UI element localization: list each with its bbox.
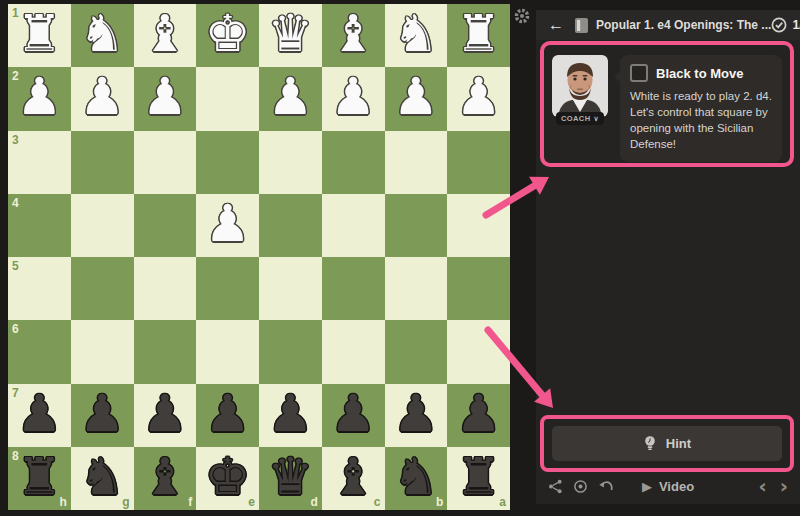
footer-nav: ‹ › xyxy=(694,476,788,496)
black-pawn[interactable]: ♟ xyxy=(79,388,125,439)
board-gutter xyxy=(510,0,536,516)
square-a3[interactable] xyxy=(447,131,510,194)
white-pawn[interactable]: ♟ xyxy=(17,71,63,122)
bubble-title-row: Black to Move xyxy=(630,64,772,82)
black-pawn[interactable]: ♟ xyxy=(268,388,314,439)
hint-label: Hint xyxy=(666,436,691,451)
black-pawn[interactable]: ♟ xyxy=(142,388,188,439)
square-e6[interactable] xyxy=(196,320,259,383)
square-a6[interactable] xyxy=(447,320,510,383)
rank-label-3: 3 xyxy=(12,134,19,146)
play-icon: ▶ xyxy=(642,479,652,494)
black-king[interactable]: ♚ xyxy=(205,451,251,502)
lightbulb-icon xyxy=(643,435,657,452)
square-d3[interactable] xyxy=(259,131,322,194)
square-e2[interactable] xyxy=(196,67,259,130)
square-d2[interactable]: ♟ xyxy=(259,67,322,130)
square-c3[interactable] xyxy=(322,131,385,194)
coach-label: COACH xyxy=(561,114,591,123)
white-bishop[interactable]: ♝ xyxy=(330,8,376,59)
coach-avatar[interactable] xyxy=(552,55,608,117)
white-pawn[interactable]: ♟ xyxy=(79,71,125,122)
hint-highlight-box: Hint xyxy=(540,415,794,472)
rank-label-6: 6 xyxy=(12,323,19,335)
prev-step-icon[interactable]: ‹ xyxy=(759,476,767,496)
square-h7[interactable]: 7♟ xyxy=(8,384,71,447)
undo-icon[interactable] xyxy=(598,479,614,493)
white-knight[interactable]: ♞ xyxy=(393,8,439,59)
square-b4[interactable] xyxy=(385,194,448,257)
square-c7[interactable]: ♟ xyxy=(322,384,385,447)
black-queen[interactable]: ♛ xyxy=(268,451,314,502)
square-h4[interactable]: 4 xyxy=(8,194,71,257)
square-e8[interactable]: e♚ xyxy=(196,447,259,510)
square-f4[interactable] xyxy=(134,194,197,257)
black-bishop[interactable]: ♝ xyxy=(330,451,376,502)
square-a4[interactable] xyxy=(447,194,510,257)
square-c8[interactable]: c♝ xyxy=(322,447,385,510)
square-g1[interactable]: ♞ xyxy=(71,4,134,67)
lesson-header: ← Popular 1. e4 Openings: The ... 1/5 xyxy=(536,10,800,40)
square-b5[interactable] xyxy=(385,257,448,320)
chevron-down-icon: ∨ xyxy=(593,115,599,123)
video-label: Video xyxy=(659,479,694,494)
gear-icon[interactable] xyxy=(513,7,531,25)
black-bishop[interactable]: ♝ xyxy=(142,451,188,502)
square-g7[interactable]: ♟ xyxy=(71,384,134,447)
square-a1[interactable]: ♜ xyxy=(447,4,510,67)
black-pawn[interactable]: ♟ xyxy=(456,388,502,439)
file-label-f: f xyxy=(188,496,192,508)
coach-speech-bubble: Black to Move White is ready to play 2. … xyxy=(620,55,782,162)
black-pawn[interactable]: ♟ xyxy=(330,388,376,439)
square-c4[interactable] xyxy=(322,194,385,257)
square-f3[interactable] xyxy=(134,131,197,194)
coach-label-pill[interactable]: COACH ∨ xyxy=(556,112,604,125)
white-knight[interactable]: ♞ xyxy=(79,8,125,59)
square-e1[interactable]: ♚ xyxy=(196,4,259,67)
square-g8[interactable]: g♞ xyxy=(71,447,134,510)
square-f2[interactable]: ♟ xyxy=(134,67,197,130)
square-a5[interactable] xyxy=(447,257,510,320)
white-pawn[interactable]: ♟ xyxy=(330,71,376,122)
square-h1[interactable]: 1♜ xyxy=(8,4,71,67)
square-f1[interactable]: ♝ xyxy=(134,4,197,67)
video-button[interactable]: ▶ Video xyxy=(642,479,694,494)
black-rook[interactable]: ♜ xyxy=(17,451,63,502)
square-h2[interactable]: 2♟ xyxy=(8,67,71,130)
rank-label-4: 4 xyxy=(12,197,19,209)
rank-label-5: 5 xyxy=(12,260,19,272)
square-g6[interactable] xyxy=(71,320,134,383)
square-b1[interactable]: ♞ xyxy=(385,4,448,67)
hint-button[interactable]: Hint xyxy=(552,426,782,461)
square-e7[interactable]: ♟ xyxy=(196,384,259,447)
square-d1[interactable]: ♛ xyxy=(259,4,322,67)
square-c2[interactable]: ♟ xyxy=(322,67,385,130)
square-e3[interactable] xyxy=(196,131,259,194)
coach-message-box: COACH ∨ Black to Move White is ready to … xyxy=(540,41,794,167)
square-e4[interactable]: ♟ xyxy=(196,194,259,257)
square-d7[interactable]: ♟ xyxy=(259,384,322,447)
black-pawn[interactable]: ♟ xyxy=(393,388,439,439)
square-a8[interactable]: a♜ xyxy=(447,447,510,510)
back-icon[interactable]: ← xyxy=(548,16,564,34)
square-b3[interactable] xyxy=(385,131,448,194)
square-h8[interactable]: 8h♜ xyxy=(8,447,71,510)
square-f6[interactable] xyxy=(134,320,197,383)
white-rook[interactable]: ♜ xyxy=(17,8,63,59)
square-f5[interactable] xyxy=(134,257,197,320)
square-f8[interactable]: f♝ xyxy=(134,447,197,510)
move-indicator-title: Black to Move xyxy=(656,66,743,81)
square-g5[interactable] xyxy=(71,257,134,320)
square-b8[interactable]: b♞ xyxy=(385,447,448,510)
white-pawn[interactable]: ♟ xyxy=(268,71,314,122)
white-pawn[interactable]: ♟ xyxy=(393,71,439,122)
coach-avatar-wrap: COACH ∨ xyxy=(552,55,608,117)
share-icon[interactable] xyxy=(548,479,563,494)
progress-text: 1/5 xyxy=(792,18,800,32)
chess-board[interactable]: 1♜♞♝♚♛♝♞♜2♟♟♟♟♟♟♟34♟567♟♟♟♟♟♟♟♟8h♜g♞f♝e♚… xyxy=(8,4,510,510)
square-d5[interactable] xyxy=(259,257,322,320)
square-d4[interactable] xyxy=(259,194,322,257)
square-h6[interactable]: 6 xyxy=(8,320,71,383)
square-b2[interactable]: ♟ xyxy=(385,67,448,130)
square-c1[interactable]: ♝ xyxy=(322,4,385,67)
square-h5[interactable]: 5 xyxy=(8,257,71,320)
lesson-footer: ▶ Video ‹ › xyxy=(536,472,800,500)
square-b7[interactable]: ♟ xyxy=(385,384,448,447)
next-step-icon[interactable]: › xyxy=(780,476,788,496)
coach-message-text: White is ready to play 2. d4. Let's cont… xyxy=(630,88,772,152)
square-c5[interactable] xyxy=(322,257,385,320)
square-d6[interactable] xyxy=(259,320,322,383)
black-to-move-icon xyxy=(630,64,648,82)
black-rook[interactable]: ♜ xyxy=(456,451,502,502)
footer-left-icons xyxy=(548,479,642,494)
square-a2[interactable]: ♟ xyxy=(447,67,510,130)
square-f7[interactable]: ♟ xyxy=(134,384,197,447)
black-pawn[interactable]: ♟ xyxy=(17,388,63,439)
target-icon[interactable] xyxy=(573,479,588,494)
white-pawn[interactable]: ♟ xyxy=(456,71,502,122)
white-bishop[interactable]: ♝ xyxy=(142,8,188,59)
black-knight[interactable]: ♞ xyxy=(393,451,439,502)
square-d8[interactable]: d♛ xyxy=(259,447,322,510)
square-b6[interactable] xyxy=(385,320,448,383)
square-a7[interactable]: ♟ xyxy=(447,384,510,447)
square-g2[interactable]: ♟ xyxy=(71,67,134,130)
square-g3[interactable] xyxy=(71,131,134,194)
white-rook[interactable]: ♜ xyxy=(456,8,502,59)
black-knight[interactable]: ♞ xyxy=(79,451,125,502)
lesson-book-icon xyxy=(575,18,588,33)
white-king[interactable]: ♚ xyxy=(205,8,251,59)
square-c6[interactable] xyxy=(322,320,385,383)
lesson-title: Popular 1. e4 Openings: The ... xyxy=(596,18,771,32)
lesson-progress: 1/5 xyxy=(771,17,800,33)
square-g4[interactable] xyxy=(71,194,134,257)
check-circle-icon xyxy=(771,17,787,33)
black-pawn[interactable]: ♟ xyxy=(205,388,251,439)
square-h3[interactable]: 3 xyxy=(8,131,71,194)
lesson-panel: ← Popular 1. e4 Openings: The ... 1/5 xyxy=(536,10,800,504)
square-e5[interactable] xyxy=(196,257,259,320)
white-pawn[interactable]: ♟ xyxy=(205,198,251,249)
white-queen[interactable]: ♛ xyxy=(268,8,314,59)
white-pawn[interactable]: ♟ xyxy=(142,71,188,122)
